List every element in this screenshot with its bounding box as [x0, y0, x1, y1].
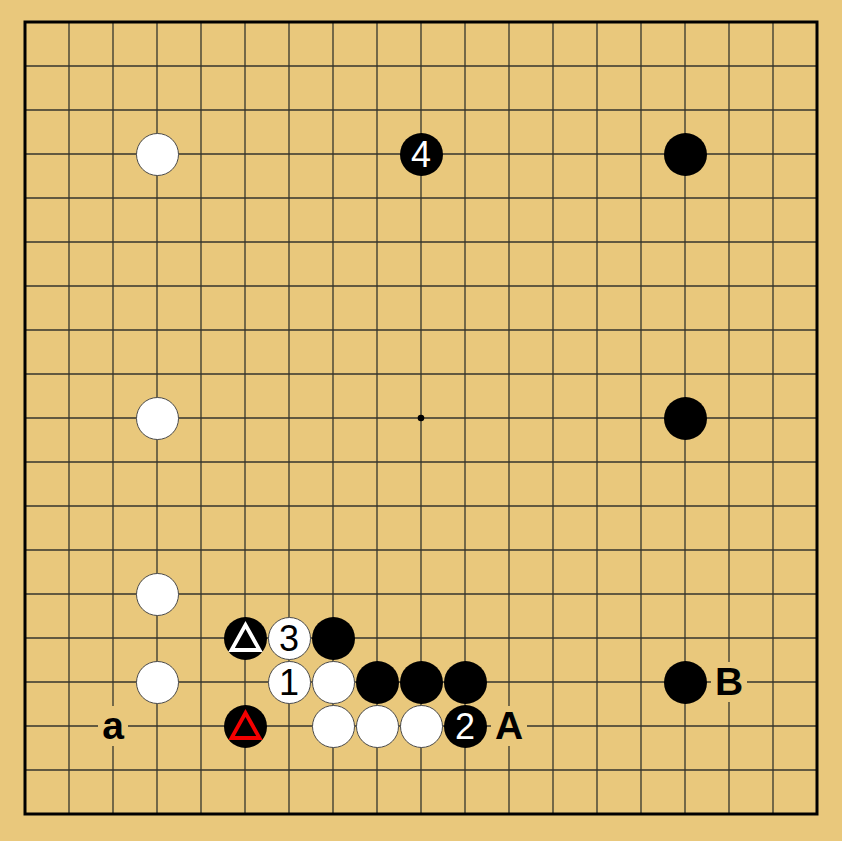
point-label: A [491, 706, 527, 746]
white-stone [135, 132, 179, 176]
black-stone: 4 [399, 132, 443, 176]
white-stone [135, 660, 179, 704]
black-stone [443, 660, 487, 704]
white-stone [311, 660, 355, 704]
point-label: a [98, 706, 128, 746]
point-label-B: B [707, 660, 751, 704]
black-stone [663, 132, 707, 176]
black-stone: 2 [443, 704, 487, 748]
black-stone [311, 616, 355, 660]
black-stone [223, 704, 267, 748]
triangle-mark-icon [224, 617, 267, 660]
black-stone [223, 616, 267, 660]
white-stone [135, 572, 179, 616]
move-number: 2 [455, 709, 475, 745]
triangle-mark-icon [224, 705, 267, 748]
move-number: 3 [279, 621, 299, 657]
white-stone: 1 [267, 660, 311, 704]
white-stone [355, 704, 399, 748]
go-diagram: 4 31 2aAB [0, 0, 842, 841]
black-stone [663, 660, 707, 704]
move-number: 1 [279, 665, 299, 701]
black-stone [355, 660, 399, 704]
go-board: 4 31 2aAB [3, 0, 839, 836]
point-label-a: a [91, 704, 135, 748]
white-stone [135, 396, 179, 440]
move-number: 4 [411, 137, 431, 173]
point-label: B [711, 662, 747, 702]
black-stone [399, 660, 443, 704]
black-stone [663, 396, 707, 440]
white-stone [399, 704, 443, 748]
point-label-A: A [487, 704, 531, 748]
white-stone: 3 [267, 616, 311, 660]
white-stone [311, 704, 355, 748]
